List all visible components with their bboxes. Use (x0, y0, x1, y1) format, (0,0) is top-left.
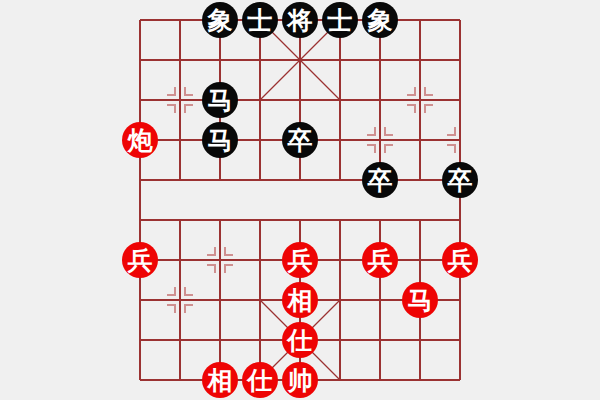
piece-black-elephant[interactable]: 象 (202, 2, 238, 38)
piece-red-soldier[interactable]: 兵 (122, 242, 158, 278)
piece-red-elephant[interactable]: 相 (202, 362, 238, 398)
piece-black-soldier[interactable]: 卒 (442, 162, 478, 198)
piece-black-soldier[interactable]: 卒 (362, 162, 398, 198)
piece-red-elephant[interactable]: 相 (282, 282, 318, 318)
piece-black-horse[interactable]: 马 (202, 122, 238, 158)
piece-black-general[interactable]: 将 (282, 2, 318, 38)
xiangqi-board: 象士将士象马马卒卒卒炮兵兵兵兵相马仕相仕帅 (120, 0, 480, 400)
piece-red-general[interactable]: 帅 (282, 362, 318, 398)
piece-red-soldier[interactable]: 兵 (442, 242, 478, 278)
piece-black-advisor[interactable]: 士 (322, 2, 358, 38)
piece-red-soldier[interactable]: 兵 (282, 242, 318, 278)
piece-red-cannon[interactable]: 炮 (122, 122, 158, 158)
piece-black-advisor[interactable]: 士 (242, 2, 278, 38)
xiangqi-app: 象士将士象马马卒卒卒炮兵兵兵兵相马仕相仕帅 (0, 0, 600, 400)
piece-red-soldier[interactable]: 兵 (362, 242, 398, 278)
piece-red-advisor[interactable]: 仕 (282, 322, 318, 358)
piece-black-horse[interactable]: 马 (202, 82, 238, 118)
piece-red-horse[interactable]: 马 (402, 282, 438, 318)
piece-black-elephant[interactable]: 象 (362, 2, 398, 38)
piece-black-soldier[interactable]: 卒 (282, 122, 318, 158)
piece-red-advisor[interactable]: 仕 (242, 362, 278, 398)
